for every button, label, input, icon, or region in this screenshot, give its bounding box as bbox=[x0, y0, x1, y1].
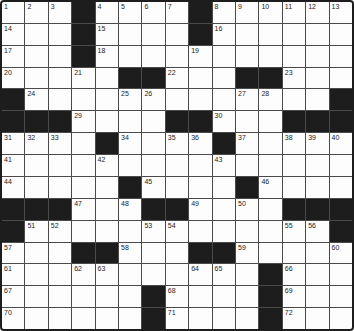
white-square[interactable] bbox=[119, 221, 141, 242]
white-square[interactable] bbox=[236, 286, 258, 307]
clue-number: 23 bbox=[285, 68, 293, 77]
black-square bbox=[72, 46, 94, 67]
clue-number: 11 bbox=[285, 2, 292, 11]
black-square bbox=[72, 24, 94, 45]
clue-number: 32 bbox=[27, 133, 35, 142]
white-square[interactable] bbox=[142, 243, 164, 264]
black-square bbox=[259, 308, 281, 329]
black-square bbox=[25, 199, 47, 220]
black-square bbox=[189, 111, 211, 132]
clue-number: 63 bbox=[98, 264, 106, 273]
clue-number: 17 bbox=[4, 46, 12, 55]
white-square[interactable] bbox=[330, 24, 352, 45]
clue-number: 51 bbox=[27, 221, 35, 230]
clue-number: 61 bbox=[4, 264, 12, 273]
white-square[interactable] bbox=[49, 177, 71, 198]
white-square[interactable]: 48 bbox=[119, 199, 141, 220]
white-square[interactable] bbox=[142, 46, 164, 67]
clue-number: 24 bbox=[27, 89, 35, 98]
white-square[interactable]: 52 bbox=[49, 221, 71, 242]
clue-number: 58 bbox=[121, 243, 129, 252]
white-square[interactable] bbox=[330, 264, 352, 285]
white-square[interactable] bbox=[213, 177, 235, 198]
clue-number: 33 bbox=[51, 133, 59, 142]
white-square[interactable]: 61 bbox=[2, 264, 24, 285]
white-square[interactable]: 8 bbox=[213, 2, 235, 23]
white-square[interactable] bbox=[25, 264, 47, 285]
white-square[interactable]: 30 bbox=[213, 111, 235, 132]
white-square[interactable]: 28 bbox=[259, 89, 281, 110]
white-square[interactable] bbox=[213, 89, 235, 110]
white-square[interactable] bbox=[142, 111, 164, 132]
white-square[interactable] bbox=[142, 264, 164, 285]
white-square[interactable]: 20 bbox=[2, 68, 24, 89]
white-square[interactable] bbox=[49, 264, 71, 285]
black-square bbox=[330, 221, 352, 242]
clue-number: 2 bbox=[27, 2, 31, 11]
clue-number: 41 bbox=[4, 155, 12, 164]
clue-number: 10 bbox=[261, 2, 269, 11]
white-square[interactable]: 44 bbox=[2, 177, 24, 198]
black-square bbox=[330, 199, 352, 220]
white-square[interactable] bbox=[49, 24, 71, 45]
white-square[interactable] bbox=[96, 68, 118, 89]
white-square[interactable] bbox=[236, 111, 258, 132]
clue-number: 31 bbox=[4, 133, 12, 142]
clue-number: 25 bbox=[121, 89, 129, 98]
black-square bbox=[142, 308, 164, 329]
black-square bbox=[2, 221, 24, 242]
white-square[interactable] bbox=[306, 264, 328, 285]
white-square[interactable]: 27 bbox=[236, 89, 258, 110]
white-square[interactable]: 40 bbox=[330, 133, 352, 154]
white-square[interactable]: 22 bbox=[166, 68, 188, 89]
clue-number: 55 bbox=[285, 221, 293, 230]
white-square[interactable]: 41 bbox=[2, 155, 24, 176]
clue-number: 1 bbox=[4, 2, 8, 11]
white-square[interactable] bbox=[236, 24, 258, 45]
white-square[interactable]: 9 bbox=[236, 2, 258, 23]
black-square bbox=[283, 111, 305, 132]
white-square[interactable]: 21 bbox=[72, 68, 94, 89]
white-square[interactable] bbox=[96, 199, 118, 220]
white-square[interactable]: 15 bbox=[96, 24, 118, 45]
white-square[interactable] bbox=[306, 89, 328, 110]
white-square[interactable]: 38 bbox=[283, 133, 305, 154]
white-square[interactable]: 5 bbox=[119, 2, 141, 23]
white-square[interactable]: 34 bbox=[119, 133, 141, 154]
black-square bbox=[213, 243, 235, 264]
white-square[interactable] bbox=[213, 46, 235, 67]
white-square[interactable] bbox=[49, 308, 71, 329]
clue-number: 26 bbox=[144, 89, 152, 98]
clue-number: 54 bbox=[168, 221, 176, 230]
white-square[interactable] bbox=[119, 286, 141, 307]
white-square[interactable] bbox=[330, 308, 352, 329]
black-square bbox=[166, 199, 188, 220]
clue-number: 40 bbox=[332, 133, 340, 142]
white-square[interactable] bbox=[49, 286, 71, 307]
clue-number: 6 bbox=[144, 2, 148, 11]
black-square bbox=[2, 111, 24, 132]
white-square[interactable]: 31 bbox=[2, 133, 24, 154]
white-square[interactable] bbox=[213, 221, 235, 242]
clue-number: 29 bbox=[74, 111, 82, 120]
white-square[interactable] bbox=[259, 133, 281, 154]
black-square bbox=[2, 89, 24, 110]
white-square[interactable] bbox=[259, 243, 281, 264]
white-square[interactable]: 17 bbox=[2, 46, 24, 67]
clue-number: 56 bbox=[308, 221, 316, 230]
white-square[interactable] bbox=[189, 68, 211, 89]
clue-number: 72 bbox=[285, 308, 293, 317]
white-square[interactable] bbox=[283, 155, 305, 176]
clue-number: 34 bbox=[121, 133, 129, 142]
clue-number: 35 bbox=[168, 133, 176, 142]
clue-number: 64 bbox=[191, 264, 199, 273]
white-square[interactable] bbox=[72, 177, 94, 198]
white-square[interactable] bbox=[189, 308, 211, 329]
clue-number: 69 bbox=[285, 286, 293, 295]
white-square[interactable] bbox=[142, 24, 164, 45]
white-square[interactable] bbox=[166, 155, 188, 176]
white-square[interactable]: 55 bbox=[283, 221, 305, 242]
clue-number: 13 bbox=[332, 2, 340, 11]
white-square[interactable] bbox=[166, 177, 188, 198]
white-square[interactable] bbox=[189, 286, 211, 307]
white-square[interactable] bbox=[330, 46, 352, 67]
white-square[interactable] bbox=[213, 68, 235, 89]
white-square[interactable] bbox=[25, 243, 47, 264]
clue-number: 70 bbox=[4, 308, 12, 317]
white-square[interactable]: 19 bbox=[189, 46, 211, 67]
clue-number: 4 bbox=[98, 2, 102, 11]
white-square[interactable] bbox=[283, 24, 305, 45]
white-square[interactable]: 18 bbox=[96, 46, 118, 67]
white-square[interactable] bbox=[306, 68, 328, 89]
white-square[interactable]: 53 bbox=[142, 221, 164, 242]
white-square[interactable]: 67 bbox=[2, 286, 24, 307]
white-square[interactable]: 58 bbox=[119, 243, 141, 264]
crossword-grid: 1234567891011121314151617181920212223242… bbox=[0, 0, 354, 331]
clue-number: 5 bbox=[121, 2, 125, 11]
white-square[interactable] bbox=[189, 221, 211, 242]
black-square bbox=[142, 286, 164, 307]
black-square bbox=[330, 89, 352, 110]
white-square[interactable]: 2 bbox=[25, 2, 47, 23]
white-square[interactable] bbox=[189, 89, 211, 110]
white-square[interactable] bbox=[259, 199, 281, 220]
black-square bbox=[49, 111, 71, 132]
white-square[interactable] bbox=[25, 308, 47, 329]
white-square[interactable] bbox=[96, 89, 118, 110]
black-square bbox=[189, 2, 211, 23]
white-square[interactable] bbox=[142, 155, 164, 176]
clue-number: 7 bbox=[168, 2, 172, 11]
black-square bbox=[96, 133, 118, 154]
white-square[interactable]: 59 bbox=[236, 243, 258, 264]
white-square[interactable]: 3 bbox=[49, 2, 71, 23]
white-square[interactable]: 62 bbox=[72, 264, 94, 285]
clue-number: 52 bbox=[51, 221, 59, 230]
white-square[interactable] bbox=[96, 177, 118, 198]
white-square[interactable]: 37 bbox=[236, 133, 258, 154]
white-square[interactable] bbox=[330, 177, 352, 198]
white-square[interactable] bbox=[166, 89, 188, 110]
black-square bbox=[72, 243, 94, 264]
white-square[interactable]: 7 bbox=[166, 2, 188, 23]
black-square bbox=[189, 243, 211, 264]
white-square[interactable] bbox=[25, 46, 47, 67]
white-square[interactable] bbox=[119, 111, 141, 132]
white-square[interactable] bbox=[306, 286, 328, 307]
black-square bbox=[2, 199, 24, 220]
white-square[interactable]: 69 bbox=[283, 286, 305, 307]
white-square[interactable] bbox=[306, 177, 328, 198]
white-square[interactable]: 63 bbox=[96, 264, 118, 285]
clue-number: 43 bbox=[215, 155, 223, 164]
clue-number: 9 bbox=[238, 2, 242, 11]
clue-number: 19 bbox=[191, 46, 199, 55]
clue-number: 28 bbox=[261, 89, 269, 98]
white-square[interactable] bbox=[259, 46, 281, 67]
clue-number: 45 bbox=[144, 177, 152, 186]
clue-number: 36 bbox=[191, 133, 199, 142]
white-square[interactable]: 29 bbox=[72, 111, 94, 132]
white-square[interactable] bbox=[72, 133, 94, 154]
white-square[interactable] bbox=[283, 89, 305, 110]
white-square[interactable] bbox=[236, 155, 258, 176]
white-square[interactable] bbox=[25, 177, 47, 198]
white-square[interactable] bbox=[25, 155, 47, 176]
white-square[interactable] bbox=[142, 133, 164, 154]
clue-number: 3 bbox=[51, 2, 55, 11]
white-square[interactable]: 42 bbox=[96, 155, 118, 176]
clue-number: 68 bbox=[168, 286, 176, 295]
white-square[interactable] bbox=[72, 221, 94, 242]
white-square[interactable]: 6 bbox=[142, 2, 164, 23]
white-square[interactable]: 57 bbox=[2, 243, 24, 264]
white-square[interactable] bbox=[306, 46, 328, 67]
black-square bbox=[119, 68, 141, 89]
clue-number: 67 bbox=[4, 286, 12, 295]
clue-number: 57 bbox=[4, 243, 12, 252]
clue-number: 48 bbox=[121, 199, 129, 208]
white-square[interactable] bbox=[72, 308, 94, 329]
white-square[interactable] bbox=[306, 24, 328, 45]
clue-number: 66 bbox=[285, 264, 293, 273]
white-square[interactable]: 26 bbox=[142, 89, 164, 110]
black-square bbox=[213, 133, 235, 154]
white-square[interactable]: 70 bbox=[2, 308, 24, 329]
white-square[interactable] bbox=[166, 264, 188, 285]
clue-number: 18 bbox=[98, 46, 106, 55]
clue-number: 46 bbox=[261, 177, 269, 186]
clue-number: 44 bbox=[4, 177, 12, 186]
black-square bbox=[330, 111, 352, 132]
white-square[interactable] bbox=[283, 177, 305, 198]
white-square[interactable]: 64 bbox=[189, 264, 211, 285]
white-square[interactable] bbox=[213, 308, 235, 329]
white-square[interactable]: 46 bbox=[259, 177, 281, 198]
black-square bbox=[166, 111, 188, 132]
white-square[interactable]: 32 bbox=[25, 133, 47, 154]
white-square[interactable]: 39 bbox=[306, 133, 328, 154]
clue-number: 60 bbox=[332, 243, 340, 252]
white-square[interactable] bbox=[96, 111, 118, 132]
clue-number: 49 bbox=[191, 199, 199, 208]
clue-number: 16 bbox=[215, 24, 223, 33]
white-square[interactable] bbox=[25, 286, 47, 307]
clue-number: 39 bbox=[308, 133, 316, 142]
white-square[interactable] bbox=[259, 155, 281, 176]
white-square[interactable] bbox=[236, 46, 258, 67]
white-square[interactable] bbox=[119, 308, 141, 329]
black-square bbox=[259, 264, 281, 285]
white-square[interactable] bbox=[166, 243, 188, 264]
white-square[interactable]: 13 bbox=[330, 2, 352, 23]
clue-number: 62 bbox=[74, 264, 82, 273]
white-square[interactable]: 16 bbox=[213, 24, 235, 45]
white-square[interactable] bbox=[189, 155, 211, 176]
white-square[interactable] bbox=[119, 155, 141, 176]
white-square[interactable]: 35 bbox=[166, 133, 188, 154]
white-square[interactable] bbox=[72, 155, 94, 176]
white-square[interactable] bbox=[25, 24, 47, 45]
clue-number: 12 bbox=[308, 2, 316, 11]
black-square bbox=[306, 199, 328, 220]
white-square[interactable]: 45 bbox=[142, 177, 164, 198]
black-square bbox=[142, 199, 164, 220]
white-square[interactable] bbox=[72, 89, 94, 110]
white-square[interactable] bbox=[166, 46, 188, 67]
black-square bbox=[72, 2, 94, 23]
clue-number: 71 bbox=[168, 308, 176, 317]
black-square bbox=[236, 68, 258, 89]
black-square bbox=[236, 177, 258, 198]
black-square bbox=[283, 199, 305, 220]
white-square[interactable] bbox=[259, 111, 281, 132]
white-square[interactable]: 50 bbox=[236, 199, 258, 220]
white-square[interactable]: 23 bbox=[283, 68, 305, 89]
clue-number: 53 bbox=[144, 221, 152, 230]
white-square[interactable]: 14 bbox=[2, 24, 24, 45]
black-square bbox=[259, 286, 281, 307]
white-square[interactable] bbox=[49, 243, 71, 264]
white-square[interactable]: 25 bbox=[119, 89, 141, 110]
white-square[interactable]: 71 bbox=[166, 308, 188, 329]
black-square bbox=[119, 177, 141, 198]
white-square[interactable] bbox=[283, 243, 305, 264]
white-square[interactable]: 36 bbox=[189, 133, 211, 154]
white-square[interactable] bbox=[213, 286, 235, 307]
white-square[interactable]: 56 bbox=[306, 221, 328, 242]
white-square[interactable]: 33 bbox=[49, 133, 71, 154]
clue-number: 8 bbox=[215, 2, 219, 11]
clue-number: 14 bbox=[4, 24, 12, 33]
white-square[interactable]: 49 bbox=[189, 199, 211, 220]
white-square[interactable] bbox=[189, 177, 211, 198]
white-square[interactable] bbox=[96, 286, 118, 307]
white-square[interactable] bbox=[259, 24, 281, 45]
black-square bbox=[259, 68, 281, 89]
white-square[interactable]: 66 bbox=[283, 264, 305, 285]
white-square[interactable] bbox=[119, 264, 141, 285]
clue-number: 30 bbox=[215, 111, 223, 120]
white-square[interactable] bbox=[306, 155, 328, 176]
white-square[interactable]: 68 bbox=[166, 286, 188, 307]
clue-number: 22 bbox=[168, 68, 176, 77]
white-square[interactable] bbox=[49, 46, 71, 67]
white-square[interactable] bbox=[119, 46, 141, 67]
clue-number: 21 bbox=[74, 68, 82, 77]
clue-number: 50 bbox=[238, 199, 246, 208]
white-square[interactable]: 4 bbox=[96, 2, 118, 23]
clue-number: 38 bbox=[285, 133, 293, 142]
black-square bbox=[96, 243, 118, 264]
clue-number: 59 bbox=[238, 243, 246, 252]
white-square[interactable]: 10 bbox=[259, 2, 281, 23]
clue-number: 65 bbox=[215, 264, 223, 273]
white-square[interactable]: 12 bbox=[306, 2, 328, 23]
white-square[interactable] bbox=[25, 68, 47, 89]
white-square[interactable] bbox=[283, 46, 305, 67]
white-square[interactable]: 60 bbox=[330, 243, 352, 264]
clue-number: 27 bbox=[238, 89, 246, 98]
white-square[interactable]: 11 bbox=[283, 2, 305, 23]
white-square[interactable] bbox=[330, 68, 352, 89]
clue-number: 15 bbox=[98, 24, 106, 33]
white-square[interactable] bbox=[213, 199, 235, 220]
white-square[interactable]: 54 bbox=[166, 221, 188, 242]
black-square bbox=[189, 24, 211, 45]
black-square bbox=[49, 199, 71, 220]
white-square[interactable]: 1 bbox=[2, 2, 24, 23]
clue-number: 42 bbox=[98, 155, 106, 164]
white-square[interactable]: 51 bbox=[25, 221, 47, 242]
white-square[interactable] bbox=[166, 24, 188, 45]
white-square[interactable] bbox=[236, 308, 258, 329]
white-square[interactable] bbox=[330, 155, 352, 176]
white-square[interactable] bbox=[330, 286, 352, 307]
black-square bbox=[306, 111, 328, 132]
white-square[interactable] bbox=[49, 89, 71, 110]
white-square[interactable] bbox=[306, 243, 328, 264]
white-square[interactable] bbox=[119, 24, 141, 45]
black-square bbox=[142, 68, 164, 89]
white-square[interactable] bbox=[49, 155, 71, 176]
white-square[interactable] bbox=[306, 308, 328, 329]
white-square[interactable] bbox=[72, 286, 94, 307]
white-square[interactable]: 47 bbox=[72, 199, 94, 220]
white-square[interactable] bbox=[236, 264, 258, 285]
clue-number: 37 bbox=[238, 133, 246, 142]
white-square[interactable]: 72 bbox=[283, 308, 305, 329]
white-square[interactable]: 24 bbox=[25, 89, 47, 110]
white-square[interactable] bbox=[96, 221, 118, 242]
white-square[interactable] bbox=[49, 68, 71, 89]
white-square[interactable] bbox=[259, 221, 281, 242]
white-square[interactable] bbox=[96, 308, 118, 329]
white-square[interactable]: 43 bbox=[213, 155, 235, 176]
clue-number: 47 bbox=[74, 199, 82, 208]
black-square bbox=[25, 111, 47, 132]
white-square[interactable]: 65 bbox=[213, 264, 235, 285]
white-square[interactable] bbox=[236, 221, 258, 242]
clue-number: 20 bbox=[4, 68, 12, 77]
